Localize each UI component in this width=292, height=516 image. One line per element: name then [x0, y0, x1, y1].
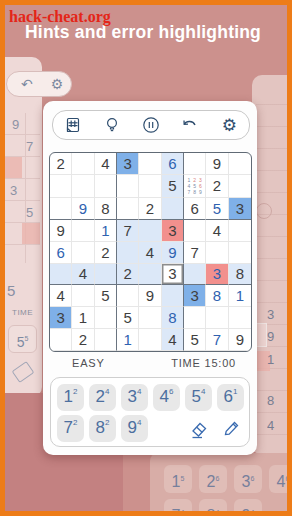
background-digit: 8: [267, 393, 274, 408]
numpad-row-2: 728294: [57, 415, 244, 442]
cell-r7c8[interactable]: 8: [206, 285, 228, 307]
cell-r8c6[interactable]: 8: [162, 307, 184, 329]
cell-r1c9[interactable]: [229, 153, 251, 175]
cell-r5c5[interactable]: 4: [139, 242, 161, 264]
toolbar: ⚙: [52, 110, 250, 140]
cell-r4c1[interactable]: 9: [50, 220, 72, 242]
cell-r3c8[interactable]: 5: [206, 198, 228, 220]
cell-r5c1[interactable]: 6: [50, 242, 72, 264]
cell-r8c3[interactable]: [95, 307, 117, 329]
cell-r1c6[interactable]: 6: [162, 153, 184, 175]
undo-icon: ↶: [21, 76, 33, 92]
cell-r1c2[interactable]: [72, 153, 94, 175]
cell-r1c8[interactable]: 9: [206, 153, 228, 175]
sudoku-grid: 2436951234567892982653917346249742338459…: [49, 152, 252, 352]
cell-r9c9[interactable]: 9: [229, 329, 251, 351]
cell-r2c2[interactable]: [72, 175, 94, 198]
cell-r9c3[interactable]: [95, 329, 117, 351]
background-digit: 5: [7, 282, 15, 299]
cell-r7c5[interactable]: 9: [139, 285, 161, 307]
cell-r1c4[interactable]: 3: [117, 153, 139, 175]
background-left-panel: ↶ ⚙ 9 7 3 5 5 TIME 55: [0, 57, 42, 397]
cell-r6c8[interactable]: 3: [206, 264, 228, 286]
background-numpad-key: 84: [199, 499, 227, 516]
difficulty-label: EASY: [72, 357, 105, 369]
cell-r2c3[interactable]: [95, 175, 117, 198]
cell-r4c6[interactable]: 3: [162, 220, 184, 242]
background-numpad-key: 26: [199, 465, 227, 493]
cell-r6c2[interactable]: 4: [72, 264, 94, 286]
cell-r5c4[interactable]: [117, 242, 139, 264]
cell-r2c6[interactable]: 5: [162, 175, 184, 198]
cell-r8c4[interactable]: 5: [117, 307, 139, 329]
numpad-key-2[interactable]: 24: [89, 384, 116, 411]
background-numpad-key: 15: [164, 465, 192, 493]
cell-r9c6[interactable]: 4: [162, 329, 184, 351]
timer-label: TIME 15:00: [171, 357, 236, 369]
background-numpad-key: 46: [269, 465, 292, 493]
cell-r9c2[interactable]: 2: [72, 329, 94, 351]
cell-r5c3[interactable]: 2: [95, 242, 117, 264]
cell-r8c2[interactable]: 1: [72, 307, 94, 329]
cell-r6c1[interactable]: [50, 264, 72, 286]
cell-r2c8[interactable]: 2: [206, 175, 228, 198]
cell-r2c4[interactable]: [117, 175, 139, 198]
status-bar: EASY TIME 15:00: [43, 357, 257, 373]
numpad-row-1: 122434465461: [57, 384, 244, 411]
cell-r3c7[interactable]: 6: [184, 198, 206, 220]
cell-r7c1[interactable]: 4: [50, 285, 72, 307]
cell-r7c3[interactable]: 5: [95, 285, 117, 307]
cell-r3c6[interactable]: [162, 198, 184, 220]
cell-r4c7[interactable]: [184, 220, 206, 242]
cell-r4c5[interactable]: [139, 220, 161, 242]
app-screenshot: ↶ ⚙ 9 7 3 5 5 TIME 55 3 9 1 8 4 15263646…: [0, 0, 292, 516]
cell-r4c4[interactable]: 7: [117, 220, 139, 242]
notes-icon[interactable]: [63, 115, 83, 135]
cell-r1c5[interactable]: [139, 153, 161, 175]
cell-r7c4[interactable]: [117, 285, 139, 307]
numpad-key-4[interactable]: 46: [153, 384, 180, 411]
background-digit: 9: [12, 117, 19, 132]
background-numpad-key: 36: [234, 465, 262, 493]
numpad-key-9[interactable]: 94: [121, 415, 148, 442]
cell-r5c7[interactable]: 7: [184, 242, 206, 264]
cell-r4c2[interactable]: [72, 220, 94, 242]
cell-r2c7[interactable]: 123456789: [184, 175, 206, 198]
cell-r4c8[interactable]: 4: [206, 220, 228, 242]
cell-r9c8[interactable]: 7: [206, 329, 228, 351]
cell-r3c9[interactable]: 3: [229, 198, 251, 220]
numpad-key-7[interactable]: 72: [57, 415, 84, 442]
numpad-key-3[interactable]: 34: [121, 384, 148, 411]
hint-bulb-icon[interactable]: [102, 115, 122, 135]
pause-icon[interactable]: [141, 115, 161, 135]
background-highlight-cell: [22, 223, 40, 244]
cell-r8c8[interactable]: [206, 307, 228, 329]
cell-r3c1[interactable]: [50, 198, 72, 220]
cell-r9c5[interactable]: [139, 329, 161, 351]
cell-r2c9[interactable]: [229, 175, 251, 198]
gear-icon[interactable]: ⚙: [219, 115, 239, 135]
eraser-icon: [12, 361, 35, 383]
cell-r7c2[interactable]: [72, 285, 94, 307]
cell-r5c9[interactable]: [229, 242, 251, 264]
background-numpad-row: 748494: [164, 499, 262, 516]
cell-r3c4[interactable]: [117, 198, 139, 220]
cell-r2c5[interactable]: [139, 175, 161, 198]
cell-r8c9[interactable]: [229, 307, 251, 329]
cell-r6c6[interactable]: 3: [162, 264, 184, 286]
numpad-key-8[interactable]: 82: [89, 415, 116, 442]
cell-r3c3[interactable]: 8: [95, 198, 117, 220]
background-right-panel: 3 9 1 8 4: [252, 75, 292, 455]
background-numpad-key: 74: [164, 499, 192, 516]
cell-r8c5[interactable]: [139, 307, 161, 329]
background-digit: 7: [26, 139, 33, 154]
background-numpad-key: 94: [234, 499, 262, 516]
background-digit: 1: [267, 352, 274, 367]
cell-r9c4[interactable]: 1: [117, 329, 139, 351]
background-digit: 4: [267, 418, 274, 433]
cell-r3c5[interactable]: 2: [139, 198, 161, 220]
cell-r2c1[interactable]: [50, 175, 72, 198]
cell-r7c9[interactable]: 1: [229, 285, 251, 307]
gear-icon: ⚙: [51, 76, 64, 92]
cell-r6c3[interactable]: [95, 264, 117, 286]
cell-r9c7[interactable]: 5: [184, 329, 206, 351]
background-numpad-row: 15263646: [164, 465, 292, 493]
notes-mini-grid: 123456789: [184, 175, 205, 197]
numpad-key-1[interactable]: 12: [57, 384, 84, 411]
cell-r6c5[interactable]: [139, 264, 161, 286]
watermark: hack-cheat.org: [9, 8, 111, 26]
background-digit: 3: [267, 307, 274, 322]
background-circle: [256, 203, 272, 219]
cell-r1c3[interactable]: 4: [95, 153, 117, 175]
cell-r3c2[interactable]: 9: [72, 198, 94, 220]
cell-r5c8[interactable]: [206, 242, 228, 264]
numpad-key-6[interactable]: 61: [217, 384, 244, 411]
cell-r8c7[interactable]: [184, 307, 206, 329]
cell-r6c7[interactable]: [184, 264, 206, 286]
numpad-key-5[interactable]: 54: [185, 384, 212, 411]
cell-r5c2[interactable]: [72, 242, 94, 264]
numpad-spacer: [153, 415, 180, 442]
cell-r1c7[interactable]: [184, 153, 206, 175]
cell-r4c9[interactable]: [229, 220, 251, 242]
background-toolbar: ↶ ⚙: [6, 71, 72, 97]
cell-r5c6[interactable]: 9: [162, 242, 184, 264]
cell-r9c1[interactable]: [50, 329, 72, 351]
cell-r6c9[interactable]: 8: [229, 264, 251, 286]
background-digit: 9: [267, 329, 274, 344]
cell-r1c1[interactable]: 2: [50, 153, 72, 175]
pencil-button[interactable]: [217, 415, 244, 442]
background-bottom-numpad: 15263646 748494: [150, 453, 292, 516]
background-digit: 3: [10, 183, 17, 198]
eraser-button[interactable]: [185, 415, 212, 442]
cell-r4c3[interactable]: 1: [95, 220, 117, 242]
cell-r7c7[interactable]: 3: [184, 285, 206, 307]
cell-r8c1[interactable]: 3: [50, 307, 72, 329]
undo-icon[interactable]: [180, 115, 200, 135]
cell-r7c6[interactable]: [162, 285, 184, 307]
background-highlight-cell: [4, 157, 22, 178]
cell-r6c4[interactable]: 2: [117, 264, 139, 286]
sudoku-card: ⚙ 24369512345678929826539173462497423384…: [43, 101, 257, 455]
background-digit: 5: [26, 205, 33, 220]
numpad: 122434465461 728294: [50, 377, 250, 447]
background-numpad-key: 55: [8, 325, 37, 353]
background-time-label: TIME: [12, 308, 33, 317]
